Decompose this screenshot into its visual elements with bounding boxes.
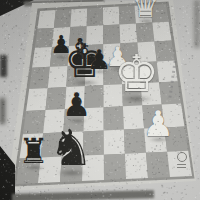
pieces-layer: ♛♟♝♚♟♟♚♟♟♜♞	[0, 0, 200, 200]
chessboard-photo: ♛♟♝♚♟♟♚♟♟♜♞	[0, 0, 200, 200]
piece-black-knight[interactable]: ♞	[49, 124, 94, 174]
piece-black-rook[interactable]: ♜	[18, 134, 49, 169]
piece-white-pawn[interactable]: ♟	[142, 105, 174, 140]
piece-black-pawn[interactable]: ♟	[62, 89, 91, 122]
piece-white-king[interactable]: ♚	[114, 49, 159, 100]
piece-white-queen[interactable]: ♛	[132, 0, 159, 22]
